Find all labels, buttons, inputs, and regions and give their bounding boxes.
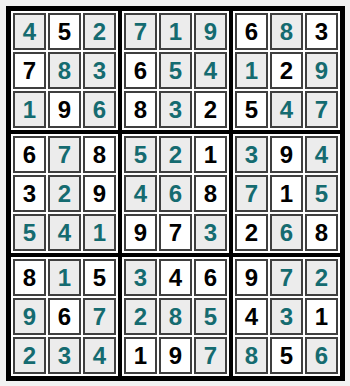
cell-r9c8[interactable]: 5 (270, 337, 303, 374)
cell-r3c2[interactable]: 9 (48, 91, 81, 128)
cell-r4c6[interactable]: 1 (194, 136, 227, 173)
cell-r3c8[interactable]: 4 (270, 91, 303, 128)
cell-r9c2[interactable]: 3 (48, 337, 81, 374)
cell-r7c4[interactable]: 3 (124, 259, 157, 296)
box-r1c2: 719654832 (120, 9, 231, 132)
cell-r4c4[interactable]: 5 (124, 136, 157, 173)
cell-r7c1[interactable]: 8 (13, 259, 46, 296)
cell-r6c9[interactable]: 8 (305, 214, 338, 251)
cell-r4c3[interactable]: 8 (83, 136, 116, 173)
cell-r6c3[interactable]: 1 (83, 214, 116, 251)
cell-r9c6[interactable]: 7 (194, 337, 227, 374)
cell-r1c2[interactable]: 5 (48, 13, 81, 50)
cell-r9c7[interactable]: 8 (235, 337, 268, 374)
cell-r7c6[interactable]: 6 (194, 259, 227, 296)
box-r3c2: 346285197 (120, 255, 231, 378)
cell-r6c7[interactable]: 2 (235, 214, 268, 251)
cell-r6c5[interactable]: 7 (159, 214, 192, 251)
cell-r3c6[interactable]: 2 (194, 91, 227, 128)
cell-r7c3[interactable]: 5 (83, 259, 116, 296)
cell-r8c7[interactable]: 4 (235, 298, 268, 335)
cell-r2c1[interactable]: 7 (13, 52, 46, 89)
cell-r1c9[interactable]: 3 (305, 13, 338, 50)
cell-r9c3[interactable]: 4 (83, 337, 116, 374)
cell-r8c4[interactable]: 2 (124, 298, 157, 335)
box-r2c2: 521468973 (120, 132, 231, 255)
cell-r5c9[interactable]: 5 (305, 175, 338, 212)
cell-r8c2[interactable]: 6 (48, 298, 81, 335)
cell-r8c3[interactable]: 7 (83, 298, 116, 335)
cell-r2c9[interactable]: 9 (305, 52, 338, 89)
cell-r4c1[interactable]: 6 (13, 136, 46, 173)
cell-r6c8[interactable]: 6 (270, 214, 303, 251)
cell-r5c4[interactable]: 4 (124, 175, 157, 212)
cell-r7c7[interactable]: 9 (235, 259, 268, 296)
cell-r6c1[interactable]: 5 (13, 214, 46, 251)
cell-r5c2[interactable]: 2 (48, 175, 81, 212)
cell-r5c1[interactable]: 3 (13, 175, 46, 212)
cell-r3c5[interactable]: 3 (159, 91, 192, 128)
cell-r9c4[interactable]: 1 (124, 337, 157, 374)
cell-r8c1[interactable]: 9 (13, 298, 46, 335)
cell-r5c7[interactable]: 7 (235, 175, 268, 212)
cell-r9c1[interactable]: 2 (13, 337, 46, 374)
cell-r1c3[interactable]: 2 (83, 13, 116, 50)
cell-r5c3[interactable]: 9 (83, 175, 116, 212)
cell-r4c5[interactable]: 2 (159, 136, 192, 173)
cell-r8c6[interactable]: 5 (194, 298, 227, 335)
cell-r4c7[interactable]: 3 (235, 136, 268, 173)
cell-r4c2[interactable]: 7 (48, 136, 81, 173)
cell-r7c8[interactable]: 7 (270, 259, 303, 296)
box-r2c3: 394715268 (231, 132, 342, 255)
cell-r7c9[interactable]: 2 (305, 259, 338, 296)
cell-r3c7[interactable]: 5 (235, 91, 268, 128)
cell-r3c9[interactable]: 7 (305, 91, 338, 128)
cell-r8c5[interactable]: 8 (159, 298, 192, 335)
cell-r2c7[interactable]: 1 (235, 52, 268, 89)
cell-r2c8[interactable]: 2 (270, 52, 303, 89)
cell-r8c8[interactable]: 3 (270, 298, 303, 335)
cell-r1c1[interactable]: 4 (13, 13, 46, 50)
cell-r2c6[interactable]: 4 (194, 52, 227, 89)
cell-r4c8[interactable]: 9 (270, 136, 303, 173)
page: 4527831967196548326831295476783295415214… (0, 0, 350, 381)
cell-r3c4[interactable]: 8 (124, 91, 157, 128)
cell-r4c9[interactable]: 4 (305, 136, 338, 173)
cell-r3c3[interactable]: 6 (83, 91, 116, 128)
cell-r5c8[interactable]: 1 (270, 175, 303, 212)
cell-r1c7[interactable]: 6 (235, 13, 268, 50)
cell-r5c5[interactable]: 6 (159, 175, 192, 212)
cell-r5c6[interactable]: 8 (194, 175, 227, 212)
cell-r8c9[interactable]: 1 (305, 298, 338, 335)
cell-r1c8[interactable]: 8 (270, 13, 303, 50)
box-r2c1: 678329541 (9, 132, 120, 255)
cell-r1c5[interactable]: 1 (159, 13, 192, 50)
box-r3c3: 972431856 (231, 255, 342, 378)
cell-r7c5[interactable]: 4 (159, 259, 192, 296)
box-r3c1: 815967234 (9, 255, 120, 378)
cell-r9c5[interactable]: 9 (159, 337, 192, 374)
cell-r3c1[interactable]: 1 (13, 91, 46, 128)
cell-r1c6[interactable]: 9 (194, 13, 227, 50)
cell-r6c2[interactable]: 4 (48, 214, 81, 251)
cell-r2c2[interactable]: 8 (48, 52, 81, 89)
cell-r7c2[interactable]: 1 (48, 259, 81, 296)
cell-r9c9[interactable]: 6 (305, 337, 338, 374)
box-r1c3: 683129547 (231, 9, 342, 132)
cell-r2c3[interactable]: 3 (83, 52, 116, 89)
cell-r6c6[interactable]: 3 (194, 214, 227, 251)
cell-r1c4[interactable]: 7 (124, 13, 157, 50)
cell-r2c5[interactable]: 5 (159, 52, 192, 89)
box-r1c1: 452783196 (9, 9, 120, 132)
sudoku-board: 4527831967196548326831295476783295415214… (6, 6, 345, 381)
cell-r2c4[interactable]: 6 (124, 52, 157, 89)
cell-r6c4[interactable]: 9 (124, 214, 157, 251)
